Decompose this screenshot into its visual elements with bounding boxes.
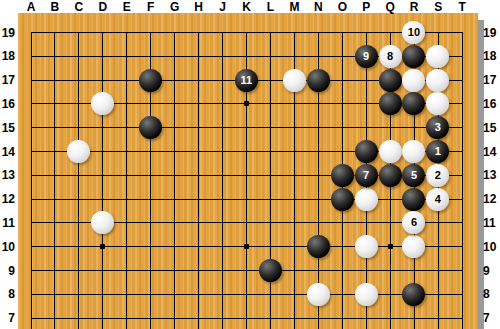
- stone-white-P8[interactable]: [355, 283, 378, 306]
- stone-black-L9[interactable]: [259, 259, 282, 282]
- move-stone-4[interactable]: 4: [426, 188, 449, 211]
- row-label-left-13: 13: [0, 167, 15, 183]
- stone-white-N8[interactable]: [307, 283, 330, 306]
- row-label-right-18: 18: [483, 48, 499, 64]
- col-label-C: C: [67, 1, 91, 14]
- col-label-M: M: [282, 1, 306, 14]
- stone-black-Q13[interactable]: [379, 164, 402, 187]
- stone-white-P12[interactable]: [355, 188, 378, 211]
- move-stone-8[interactable]: 8: [379, 45, 402, 68]
- row-label-left-17: 17: [0, 72, 15, 88]
- col-label-T: T: [450, 1, 474, 14]
- row-label-left-8: 8: [0, 286, 15, 302]
- board-grid[interactable]: 1234567891011: [19, 21, 474, 329]
- row-label-left-7: 7: [0, 310, 15, 326]
- stone-white-S16[interactable]: [426, 92, 449, 115]
- stone-black-O13[interactable]: [331, 164, 354, 187]
- row-label-left-12: 12: [0, 191, 15, 207]
- stone-white-R17[interactable]: [402, 69, 425, 92]
- row-label-right-13: 13: [483, 167, 499, 183]
- move-stone-10[interactable]: 10: [402, 21, 425, 44]
- move-stone-6[interactable]: 6: [402, 211, 425, 234]
- stone-black-P14[interactable]: [355, 140, 378, 163]
- row-label-right-14: 14: [483, 144, 499, 160]
- col-label-N: N: [306, 1, 330, 14]
- col-label-D: D: [91, 1, 115, 14]
- stone-white-D16[interactable]: [91, 92, 114, 115]
- stone-black-N10[interactable]: [307, 235, 330, 258]
- move-stone-3[interactable]: 3: [426, 116, 449, 139]
- stone-black-R12[interactable]: [402, 188, 425, 211]
- col-label-L: L: [259, 1, 283, 14]
- stone-white-D11[interactable]: [91, 211, 114, 234]
- col-label-E: E: [115, 1, 139, 14]
- stone-black-R16[interactable]: [402, 92, 425, 115]
- stone-black-N17[interactable]: [307, 69, 330, 92]
- col-label-Q: Q: [378, 1, 402, 14]
- row-label-left-15: 15: [0, 120, 15, 136]
- col-label-K: K: [235, 1, 259, 14]
- row-label-right-8: 8: [483, 286, 499, 302]
- stone-white-C14[interactable]: [67, 140, 90, 163]
- move-stone-2[interactable]: 2: [426, 164, 449, 187]
- stone-black-Q17[interactable]: [379, 69, 402, 92]
- col-label-J: J: [211, 1, 235, 14]
- move-stone-9[interactable]: 9: [355, 45, 378, 68]
- stone-white-R10[interactable]: [402, 235, 425, 258]
- stone-black-F17[interactable]: [139, 69, 162, 92]
- stone-white-Q14[interactable]: [379, 140, 402, 163]
- stone-black-R18[interactable]: [402, 45, 425, 68]
- stone-black-O12[interactable]: [331, 188, 354, 211]
- go-board-viewer: 1234567891011 ABCDEFGHJKLMNOPQRST 191918…: [0, 0, 500, 329]
- stone-white-S18[interactable]: [426, 45, 449, 68]
- stone-black-F15[interactable]: [139, 116, 162, 139]
- col-label-G: G: [163, 1, 187, 14]
- col-label-P: P: [354, 1, 378, 14]
- col-label-H: H: [187, 1, 211, 14]
- stone-white-S17[interactable]: [426, 69, 449, 92]
- move-stone-7[interactable]: 7: [355, 164, 378, 187]
- row-label-right-7: 7: [483, 310, 499, 326]
- row-label-right-15: 15: [483, 120, 499, 136]
- row-label-left-16: 16: [0, 96, 15, 112]
- row-label-right-16: 16: [483, 96, 499, 112]
- row-label-left-19: 19: [0, 25, 15, 41]
- stone-white-R14[interactable]: [402, 140, 425, 163]
- col-label-S: S: [426, 1, 450, 14]
- col-label-F: F: [139, 1, 163, 14]
- row-label-right-12: 12: [483, 191, 499, 207]
- row-label-left-9: 9: [0, 263, 15, 279]
- move-stone-5[interactable]: 5: [402, 164, 425, 187]
- row-label-right-19: 19: [483, 25, 499, 41]
- row-label-right-17: 17: [483, 72, 499, 88]
- stone-black-Q16[interactable]: [379, 92, 402, 115]
- row-label-left-10: 10: [0, 239, 15, 255]
- row-label-right-9: 9: [483, 263, 499, 279]
- row-label-left-18: 18: [0, 48, 15, 64]
- row-label-right-11: 11: [483, 215, 499, 231]
- row-label-left-11: 11: [0, 215, 15, 231]
- col-label-A: A: [19, 1, 43, 14]
- col-label-R: R: [402, 1, 426, 14]
- move-stone-11[interactable]: 11: [235, 69, 258, 92]
- stone-white-P10[interactable]: [355, 235, 378, 258]
- stone-white-M17[interactable]: [283, 69, 306, 92]
- col-label-B: B: [43, 1, 67, 14]
- move-stone-1[interactable]: 1: [426, 140, 449, 163]
- col-label-O: O: [330, 1, 354, 14]
- row-label-left-14: 14: [0, 144, 15, 160]
- stone-black-R8[interactable]: [402, 283, 425, 306]
- row-label-right-10: 10: [483, 239, 499, 255]
